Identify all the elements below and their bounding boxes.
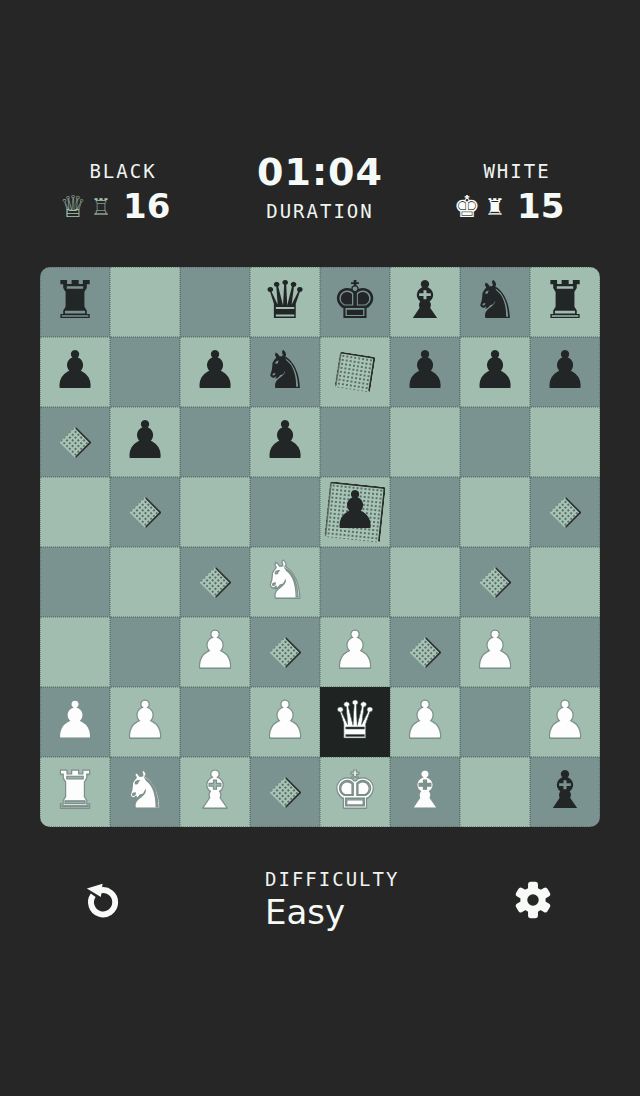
square-c4[interactable] — [180, 547, 250, 617]
king-icon: ♚ — [454, 188, 481, 226]
square-f3[interactable] — [390, 617, 460, 687]
square-g7[interactable]: ♟ — [460, 337, 530, 407]
square-a2[interactable]: ♟ — [40, 687, 110, 757]
black-rook[interactable]: ♜ — [542, 267, 589, 335]
black-knight[interactable]: ♞ — [472, 267, 519, 335]
white-side-label: WHITE — [437, 160, 597, 182]
square-d8[interactable]: ♛ — [250, 267, 320, 337]
black-pawn[interactable]: ♟ — [542, 335, 589, 405]
black-side-label: BLACK — [43, 160, 203, 182]
square-b2[interactable]: ♟ — [110, 687, 180, 757]
move-hint-marker[interactable] — [479, 566, 512, 599]
square-d5[interactable] — [250, 477, 320, 547]
square-a4[interactable] — [40, 547, 110, 617]
square-h7[interactable]: ♟ — [530, 337, 600, 407]
white-bishop[interactable]: ♝ — [402, 755, 449, 825]
square-a1[interactable]: ♜ — [40, 757, 110, 827]
white-count-value: 15 — [517, 186, 564, 226]
square-f5[interactable] — [390, 477, 460, 547]
square-e2[interactable]: ♛ — [320, 687, 390, 757]
square-e6[interactable] — [320, 407, 390, 477]
square-e8[interactable]: ♚ — [320, 267, 390, 337]
black-pawn[interactable]: ♟ — [472, 335, 519, 405]
square-e1[interactable]: ♚ — [320, 757, 390, 827]
white-pawn[interactable]: ♟ — [262, 685, 309, 755]
move-hint-marker[interactable] — [129, 496, 162, 529]
square-g5[interactable] — [460, 477, 530, 547]
black-pawn[interactable]: ♟ — [332, 475, 379, 545]
chess-board[interactable]: ♜♛♚♝♞♜♟♟♞♟♟♟♟♟♟♞♟♟♟♟♟♟♛♟♟♜♞♝♚♝♝ — [40, 267, 600, 827]
white-knight[interactable]: ♞ — [262, 545, 309, 615]
square-c7[interactable]: ♟ — [180, 337, 250, 407]
move-hint-marker[interactable] — [549, 496, 582, 529]
black-bishop[interactable]: ♝ — [542, 755, 589, 825]
square-e4[interactable] — [320, 547, 390, 617]
square-a3[interactable] — [40, 617, 110, 687]
square-e3[interactable]: ♟ — [320, 617, 390, 687]
white-pawn[interactable]: ♟ — [542, 685, 589, 755]
square-b4[interactable] — [110, 547, 180, 617]
black-piece-count: ♕ ♖ 16 — [35, 186, 195, 226]
app-screen: BLACK ♕ ♖ 16 01:04 DURATION WHITE ♚ ♜ 15… — [0, 0, 640, 1096]
settings-button[interactable] — [511, 878, 555, 922]
square-b8[interactable] — [110, 267, 180, 337]
square-f6[interactable] — [390, 407, 460, 477]
square-h1[interactable]: ♝ — [530, 757, 600, 827]
timer-label: DURATION — [220, 200, 420, 222]
square-g2[interactable] — [460, 687, 530, 757]
move-hint-marker[interactable] — [409, 636, 442, 669]
square-a5[interactable] — [40, 477, 110, 547]
square-g8[interactable]: ♞ — [460, 267, 530, 337]
black-rook[interactable]: ♜ — [52, 267, 99, 335]
white-pawn[interactable]: ♟ — [332, 615, 379, 685]
square-h5[interactable] — [530, 477, 600, 547]
queen-outline-icon: ♕ — [60, 188, 87, 226]
square-f2[interactable]: ♟ — [390, 687, 460, 757]
square-d1[interactable] — [250, 757, 320, 827]
last-move-marker — [334, 351, 375, 392]
black-pawn[interactable]: ♟ — [402, 335, 449, 405]
square-d3[interactable] — [250, 617, 320, 687]
white-piece-count: ♚ ♜ 15 — [429, 186, 589, 226]
square-g3[interactable]: ♟ — [460, 617, 530, 687]
black-bishop[interactable]: ♝ — [402, 267, 449, 335]
square-h8[interactable]: ♜ — [530, 267, 600, 337]
square-a6[interactable] — [40, 407, 110, 477]
move-hint-marker[interactable] — [269, 776, 302, 809]
square-g6[interactable] — [460, 407, 530, 477]
square-c5[interactable] — [180, 477, 250, 547]
square-c3[interactable]: ♟ — [180, 617, 250, 687]
rook-icon: ♜ — [484, 188, 505, 226]
square-h3[interactable] — [530, 617, 600, 687]
difficulty-selector[interactable]: DIFFICULTY Easy — [265, 868, 399, 932]
square-h2[interactable]: ♟ — [530, 687, 600, 757]
square-h4[interactable] — [530, 547, 600, 617]
black-king[interactable]: ♚ — [332, 267, 379, 335]
move-hint-marker[interactable] — [269, 636, 302, 669]
white-pawn[interactable]: ♟ — [402, 685, 449, 755]
undo-button[interactable] — [80, 878, 124, 922]
timer-value: 01:04 — [220, 150, 420, 194]
square-c1[interactable]: ♝ — [180, 757, 250, 827]
move-hint-marker[interactable] — [59, 426, 92, 459]
difficulty-label: DIFFICULTY — [265, 868, 399, 890]
white-pawn[interactable]: ♟ — [192, 615, 239, 685]
square-c8[interactable] — [180, 267, 250, 337]
square-f7[interactable]: ♟ — [390, 337, 460, 407]
square-b1[interactable]: ♞ — [110, 757, 180, 827]
white-pawn[interactable]: ♟ — [472, 615, 519, 685]
square-d4[interactable]: ♞ — [250, 547, 320, 617]
white-pawn[interactable]: ♟ — [52, 685, 99, 755]
black-pawn[interactable]: ♟ — [52, 335, 99, 405]
square-b6[interactable]: ♟ — [110, 407, 180, 477]
black-queen[interactable]: ♛ — [262, 267, 309, 335]
square-d6[interactable]: ♟ — [250, 407, 320, 477]
black-pawn[interactable]: ♟ — [192, 335, 239, 405]
square-b3[interactable] — [110, 617, 180, 687]
square-g1[interactable] — [460, 757, 530, 827]
white-knight[interactable]: ♞ — [122, 755, 169, 825]
white-rook[interactable]: ♜ — [52, 755, 99, 825]
square-c2[interactable] — [180, 687, 250, 757]
white-king[interactable]: ♚ — [332, 755, 379, 825]
black-count-value: 16 — [123, 186, 170, 226]
white-queen[interactable]: ♛ — [332, 685, 379, 755]
square-e5[interactable]: ♟ — [320, 477, 390, 547]
black-knight[interactable]: ♞ — [262, 335, 309, 405]
square-f4[interactable] — [390, 547, 460, 617]
rook-outline-icon: ♖ — [90, 188, 111, 226]
square-c6[interactable] — [180, 407, 250, 477]
square-a7[interactable]: ♟ — [40, 337, 110, 407]
square-f8[interactable]: ♝ — [390, 267, 460, 337]
undo-icon — [80, 910, 124, 925]
square-f1[interactable]: ♝ — [390, 757, 460, 827]
gear-icon — [511, 910, 555, 925]
square-b7[interactable] — [110, 337, 180, 407]
black-pawn[interactable]: ♟ — [122, 405, 169, 475]
move-hint-marker[interactable] — [199, 566, 232, 599]
difficulty-value[interactable]: Easy — [265, 892, 399, 932]
square-e7[interactable] — [320, 337, 390, 407]
square-g4[interactable] — [460, 547, 530, 617]
white-bishop[interactable]: ♝ — [192, 755, 239, 825]
white-pawn[interactable]: ♟ — [122, 685, 169, 755]
square-h6[interactable] — [530, 407, 600, 477]
square-b5[interactable] — [110, 477, 180, 547]
square-d7[interactable]: ♞ — [250, 337, 320, 407]
black-pawn[interactable]: ♟ — [262, 405, 309, 475]
square-a8[interactable]: ♜ — [40, 267, 110, 337]
duration-timer: 01:04 DURATION — [220, 150, 420, 222]
square-d2[interactable]: ♟ — [250, 687, 320, 757]
